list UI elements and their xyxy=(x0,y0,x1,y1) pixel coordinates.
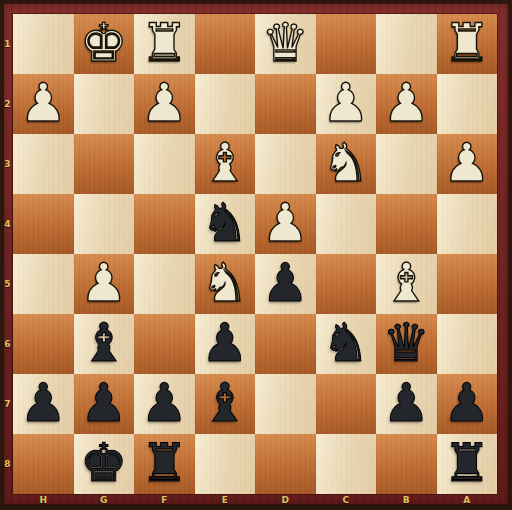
square-e2[interactable] xyxy=(195,74,256,134)
file-label-g: G xyxy=(74,495,135,505)
square-a3[interactable]: ♟ xyxy=(437,134,498,194)
white-rook[interactable]: ♜ xyxy=(140,16,188,69)
black-pawn[interactable]: ♟ xyxy=(443,376,491,429)
black-pawn[interactable]: ♟ xyxy=(19,376,67,429)
square-a7[interactable]: ♟ xyxy=(437,374,498,434)
file-label-d: D xyxy=(255,495,316,505)
square-h8[interactable] xyxy=(13,434,74,494)
black-bishop[interactable]: ♝ xyxy=(80,316,128,369)
square-e3[interactable]: ♝ xyxy=(195,134,256,194)
square-a1[interactable]: ♜ xyxy=(437,14,498,74)
white-rook[interactable]: ♜ xyxy=(443,16,491,69)
rank-label-5: 5 xyxy=(0,254,13,314)
rank-label-2: 2 xyxy=(0,74,13,134)
black-pawn[interactable]: ♟ xyxy=(261,256,309,309)
rank-label-3: 3 xyxy=(0,134,13,194)
square-h2[interactable]: ♟ xyxy=(13,74,74,134)
file-labels: HGFEDCBA xyxy=(13,495,497,505)
square-c1[interactable] xyxy=(316,14,377,74)
square-h4[interactable] xyxy=(13,194,74,254)
rank-label-8: 8 xyxy=(0,434,13,494)
square-g5[interactable]: ♟ xyxy=(74,254,135,314)
rank-labels: 12345678 xyxy=(0,14,13,494)
square-c7[interactable] xyxy=(316,374,377,434)
square-e7[interactable]: ♝ xyxy=(195,374,256,434)
board[interactable]: ♚♜♛♜♟♟♟♟♝♞♟♞♟♟♞♟♝♝♟♞♛♟♟♟♝♟♟♚♜♜ xyxy=(13,14,497,494)
white-pawn[interactable]: ♟ xyxy=(443,136,491,189)
white-king[interactable]: ♚ xyxy=(80,16,128,69)
black-rook[interactable]: ♜ xyxy=(140,436,188,489)
file-label-e: E xyxy=(195,495,256,505)
square-a4[interactable] xyxy=(437,194,498,254)
white-bishop[interactable]: ♝ xyxy=(382,256,430,309)
file-label-a: A xyxy=(437,495,498,505)
square-e1[interactable] xyxy=(195,14,256,74)
chess-app-screen: 12345678 ♚♜♛♜♟♟♟♟♝♞♟♞♟♟♞♟♝♝♟♞♛♟♟♟♝♟♟♚♜♜ … xyxy=(0,0,512,510)
rank-label-1: 1 xyxy=(0,14,13,74)
square-e8[interactable] xyxy=(195,434,256,494)
square-b6[interactable]: ♛ xyxy=(376,314,437,374)
square-b5[interactable]: ♝ xyxy=(376,254,437,314)
square-f7[interactable]: ♟ xyxy=(134,374,195,434)
black-pawn[interactable]: ♟ xyxy=(201,316,249,369)
black-knight[interactable]: ♞ xyxy=(201,196,249,249)
black-pawn[interactable]: ♟ xyxy=(382,376,430,429)
black-pawn[interactable]: ♟ xyxy=(140,376,188,429)
black-queen[interactable]: ♛ xyxy=(382,316,430,369)
black-pawn[interactable]: ♟ xyxy=(80,376,128,429)
square-g3[interactable] xyxy=(74,134,135,194)
white-bishop[interactable]: ♝ xyxy=(201,136,249,189)
square-b2[interactable]: ♟ xyxy=(376,74,437,134)
white-pawn[interactable]: ♟ xyxy=(140,76,188,129)
square-g6[interactable]: ♝ xyxy=(74,314,135,374)
square-b1[interactable] xyxy=(376,14,437,74)
square-a8[interactable]: ♜ xyxy=(437,434,498,494)
square-c4[interactable] xyxy=(316,194,377,254)
square-c8[interactable] xyxy=(316,434,377,494)
rank-label-4: 4 xyxy=(0,194,13,254)
rank-label-7: 7 xyxy=(0,374,13,434)
white-queen[interactable]: ♛ xyxy=(261,16,309,69)
rank-label-6: 6 xyxy=(0,314,13,374)
black-king[interactable]: ♚ xyxy=(80,436,128,489)
white-pawn[interactable]: ♟ xyxy=(19,76,67,129)
file-label-c: C xyxy=(316,495,377,505)
white-knight[interactable]: ♞ xyxy=(201,256,249,309)
square-b3[interactable] xyxy=(376,134,437,194)
file-label-h: H xyxy=(13,495,74,505)
square-a5[interactable] xyxy=(437,254,498,314)
black-rook[interactable]: ♜ xyxy=(443,436,491,489)
square-g1[interactable]: ♚ xyxy=(74,14,135,74)
square-f5[interactable] xyxy=(134,254,195,314)
white-pawn[interactable]: ♟ xyxy=(80,256,128,309)
square-f2[interactable]: ♟ xyxy=(134,74,195,134)
file-label-b: B xyxy=(376,495,437,505)
square-c5[interactable] xyxy=(316,254,377,314)
black-bishop[interactable]: ♝ xyxy=(201,376,249,429)
black-knight[interactable]: ♞ xyxy=(322,316,370,369)
square-g4[interactable] xyxy=(74,194,135,254)
square-e6[interactable]: ♟ xyxy=(195,314,256,374)
square-h7[interactable]: ♟ xyxy=(13,374,74,434)
square-h3[interactable] xyxy=(13,134,74,194)
square-f6[interactable] xyxy=(134,314,195,374)
white-pawn[interactable]: ♟ xyxy=(322,76,370,129)
square-d5[interactable]: ♟ xyxy=(255,254,316,314)
square-d1[interactable]: ♛ xyxy=(255,14,316,74)
square-d4[interactable]: ♟ xyxy=(255,194,316,254)
square-d3[interactable] xyxy=(255,134,316,194)
square-h5[interactable] xyxy=(13,254,74,314)
square-d8[interactable] xyxy=(255,434,316,494)
square-c2[interactable]: ♟ xyxy=(316,74,377,134)
square-f8[interactable]: ♜ xyxy=(134,434,195,494)
square-d2[interactable] xyxy=(255,74,316,134)
square-g8[interactable]: ♚ xyxy=(74,434,135,494)
square-h6[interactable] xyxy=(13,314,74,374)
square-e5[interactable]: ♞ xyxy=(195,254,256,314)
square-g7[interactable]: ♟ xyxy=(74,374,135,434)
square-h1[interactable] xyxy=(13,14,74,74)
square-g2[interactable] xyxy=(74,74,135,134)
square-a6[interactable] xyxy=(437,314,498,374)
square-b8[interactable] xyxy=(376,434,437,494)
square-d7[interactable] xyxy=(255,374,316,434)
white-knight[interactable]: ♞ xyxy=(322,136,370,189)
square-a2[interactable] xyxy=(437,74,498,134)
white-pawn[interactable]: ♟ xyxy=(261,196,309,249)
file-label-f: F xyxy=(134,495,195,505)
square-b7[interactable]: ♟ xyxy=(376,374,437,434)
square-f3[interactable] xyxy=(134,134,195,194)
square-f4[interactable] xyxy=(134,194,195,254)
square-c3[interactable]: ♞ xyxy=(316,134,377,194)
square-f1[interactable]: ♜ xyxy=(134,14,195,74)
white-pawn[interactable]: ♟ xyxy=(382,76,430,129)
square-e4[interactable]: ♞ xyxy=(195,194,256,254)
square-d6[interactable] xyxy=(255,314,316,374)
square-c6[interactable]: ♞ xyxy=(316,314,377,374)
square-b4[interactable] xyxy=(376,194,437,254)
